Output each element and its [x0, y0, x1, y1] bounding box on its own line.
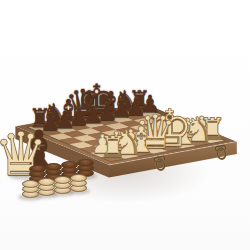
scene: ♜♞♝♛♚♝♞♜♟♟♟♟♟♟♟♟♟♟♟♟♟♟♟♟♜♞♝♛♚♝♞♜ ♛♝ [0, 0, 250, 250]
board-left-face [15, 126, 109, 177]
board-box-faces [0, 0, 250, 250]
